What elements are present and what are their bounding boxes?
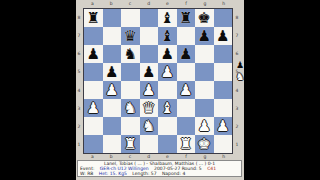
square-e7[interactable]: ♝: [158, 27, 177, 45]
piece-black-pawn: ♟: [87, 47, 100, 62]
square-f1[interactable]: ♜: [177, 135, 196, 153]
rank-label-2: 2: [234, 118, 240, 136]
letterbox-left: [0, 0, 76, 180]
rank-labels-left: 87654321: [76, 8, 82, 154]
captured-pieces-tray: ♟♞: [235, 60, 244, 83]
piece-white-bishop: ♝: [161, 101, 174, 116]
square-b7[interactable]: [103, 27, 122, 45]
captured-white-knight-icon: ♞: [235, 71, 244, 83]
square-d1[interactable]: [140, 135, 159, 153]
square-c6[interactable]: ♞: [121, 45, 140, 63]
square-e1[interactable]: [158, 135, 177, 153]
piece-white-pawn: ♟: [105, 83, 118, 98]
square-b5[interactable]: ♟: [103, 63, 122, 81]
square-a5[interactable]: [84, 63, 103, 81]
square-g6[interactable]: [195, 45, 214, 63]
square-e6[interactable]: ♟: [158, 45, 177, 63]
square-h7[interactable]: ♟: [214, 27, 233, 45]
piece-white-rook: ♜: [124, 137, 137, 152]
piece-white-pawn: ♟: [161, 65, 174, 80]
square-a6[interactable]: ♟: [84, 45, 103, 63]
square-c7[interactable]: ♛: [121, 27, 140, 45]
square-a3[interactable]: ♟: [84, 99, 103, 117]
square-c4[interactable]: [121, 81, 140, 99]
square-a7[interactable]: [84, 27, 103, 45]
stat-move: Het: 15. Kg5: [99, 171, 127, 176]
stat-a: W: RB: [80, 171, 93, 176]
piece-white-pawn: ♟: [198, 119, 211, 134]
stat-length: Length: 57: [132, 171, 156, 176]
square-d5[interactable]: ♟: [140, 63, 159, 81]
square-d4[interactable]: ♟: [140, 81, 159, 99]
square-d2[interactable]: ♞: [140, 117, 159, 135]
square-f5[interactable]: [177, 63, 196, 81]
piece-white-pawn: ♟: [179, 83, 192, 98]
square-b3[interactable]: [103, 99, 122, 117]
rank-label-7: 7: [76, 26, 82, 44]
square-e3[interactable]: ♝: [158, 99, 177, 117]
letterbox-right: [244, 0, 320, 180]
file-label-e: e: [158, 1, 177, 7]
captured-black-pawn-icon: ♟: [235, 60, 244, 71]
rank-label-6: 6: [76, 45, 82, 63]
square-b8[interactable]: [103, 9, 122, 27]
square-g2[interactable]: ♟: [195, 117, 214, 135]
square-h1[interactable]: [214, 135, 233, 153]
square-f3[interactable]: [177, 99, 196, 117]
piece-white-pawn: ♟: [87, 101, 100, 116]
square-g4[interactable]: [195, 81, 214, 99]
square-h8[interactable]: [214, 9, 233, 27]
piece-black-king: ♚: [198, 11, 211, 26]
file-label-b: b: [102, 1, 121, 7]
square-b6[interactable]: [103, 45, 122, 63]
rank-label-8: 8: [234, 8, 240, 26]
square-e5[interactable]: ♟: [158, 63, 177, 81]
square-g8[interactable]: ♚: [195, 9, 214, 27]
piece-white-rook: ♜: [179, 137, 192, 152]
piece-white-pawn: ♟: [216, 119, 229, 134]
square-c3[interactable]: ♞: [121, 99, 140, 117]
file-label-g: g: [196, 1, 215, 7]
square-h3[interactable]: [214, 99, 233, 117]
square-g1[interactable]: ♚: [195, 135, 214, 153]
piece-black-knight: ♞: [124, 47, 137, 62]
square-b1[interactable]: [103, 135, 122, 153]
square-a4[interactable]: [84, 81, 103, 99]
square-h5[interactable]: [214, 63, 233, 81]
square-d6[interactable]: [140, 45, 159, 63]
square-d3[interactable]: ♛: [140, 99, 159, 117]
rank-label-3: 3: [76, 99, 82, 117]
file-label-d: d: [139, 1, 158, 7]
square-e4[interactable]: [158, 81, 177, 99]
square-a2[interactable]: [84, 117, 103, 135]
piece-black-pawn: ♟: [105, 65, 118, 80]
square-b2[interactable]: [103, 117, 122, 135]
file-label-c: c: [121, 1, 140, 7]
square-d8[interactable]: [140, 9, 159, 27]
square-h6[interactable]: [214, 45, 233, 63]
stat-d: Napond: 4: [162, 171, 185, 176]
eco-code: C41: [207, 166, 216, 171]
square-f7[interactable]: [177, 27, 196, 45]
rank-label-7: 7: [234, 26, 240, 44]
square-c8[interactable]: [121, 9, 140, 27]
piece-black-pawn: ♟: [161, 47, 174, 62]
rank-label-8: 8: [76, 8, 82, 26]
file-label-f: f: [177, 1, 196, 7]
stats-line: W: RB Het: 15. Kg5 Length: 57 Napond: 4: [78, 171, 241, 176]
piece-black-rook: ♜: [87, 11, 100, 26]
rank-label-4: 4: [76, 81, 82, 99]
square-a1[interactable]: [84, 135, 103, 153]
piece-black-pawn: ♟: [179, 47, 192, 62]
piece-white-queen: ♛: [142, 101, 155, 116]
rank-label-3: 3: [234, 99, 240, 117]
square-f6[interactable]: ♟: [177, 45, 196, 63]
square-f8[interactable]: ♜: [177, 9, 196, 27]
square-b4[interactable]: ♟: [103, 81, 122, 99]
piece-black-bishop: ♝: [161, 29, 174, 44]
piece-black-queen: ♛: [124, 29, 137, 44]
file-labels-top: abcdefgh: [83, 1, 233, 7]
piece-white-knight: ♞: [124, 101, 137, 116]
square-e8[interactable]: ♝: [158, 9, 177, 27]
square-g3[interactable]: [195, 99, 214, 117]
piece-white-pawn: ♟: [142, 83, 155, 98]
piece-white-knight: ♞: [142, 119, 155, 134]
game-info-box: Lanel, Tobias ( ... ) - Shalbaum, Matthi…: [77, 160, 242, 177]
piece-white-king: ♚: [198, 137, 211, 152]
rank-label-2: 2: [76, 118, 82, 136]
square-a8[interactable]: ♜: [84, 9, 103, 27]
rank-label-5: 5: [76, 63, 82, 81]
piece-black-bishop: ♝: [161, 11, 174, 26]
square-c5[interactable]: [121, 63, 140, 81]
square-c2[interactable]: [121, 117, 140, 135]
square-h4[interactable]: [214, 81, 233, 99]
file-label-h: h: [214, 1, 233, 7]
square-f2[interactable]: [177, 117, 196, 135]
piece-black-pawn: ♟: [216, 29, 229, 44]
rank-label-4: 4: [234, 81, 240, 99]
square-h2[interactable]: ♟: [214, 117, 233, 135]
rank-label-1: 1: [234, 136, 240, 154]
square-f4[interactable]: ♟: [177, 81, 196, 99]
chess-board: ♜♝♜♚♛♝♟♟♟♞♟♟♟♟♟♟♟♟♟♞♛♝♞♟♟♜♜♚: [83, 8, 233, 154]
square-d7[interactable]: [140, 27, 159, 45]
file-label-a: a: [83, 1, 102, 7]
piece-black-rook: ♜: [179, 11, 192, 26]
rank-label-1: 1: [76, 136, 82, 154]
square-g7[interactable]: ♟: [195, 27, 214, 45]
piece-black-pawn: ♟: [198, 29, 211, 44]
square-g5[interactable]: [195, 63, 214, 81]
piece-black-pawn: ♟: [142, 65, 155, 80]
square-e2[interactable]: [158, 117, 177, 135]
square-c1[interactable]: ♜: [121, 135, 140, 153]
chess-viewer-panel: abcdefgh 87654321 87654321 ♜♝♜♚♛♝♟♟♟♞♟♟♟…: [76, 0, 244, 180]
